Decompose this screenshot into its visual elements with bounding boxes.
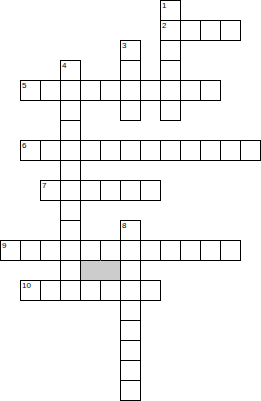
- crossword-cell[interactable]: [200, 80, 221, 101]
- crossword-cell[interactable]: 3: [120, 40, 141, 61]
- crossword-cell[interactable]: 6: [20, 140, 41, 161]
- crossword-cell[interactable]: [60, 280, 81, 301]
- crossword-cell[interactable]: [120, 60, 141, 81]
- crossword-cell[interactable]: [120, 260, 141, 281]
- crossword-cell[interactable]: [120, 240, 141, 261]
- crossword-cell[interactable]: [60, 200, 81, 221]
- crossword-cell[interactable]: 7: [40, 180, 61, 201]
- crossword-cell[interactable]: [120, 380, 141, 401]
- crossword-cell[interactable]: [120, 80, 141, 101]
- crossword-cell[interactable]: 2: [160, 20, 181, 41]
- crossword-cell[interactable]: [140, 240, 161, 261]
- crossword-cell[interactable]: [120, 180, 141, 201]
- crossword-cell[interactable]: [60, 220, 81, 241]
- crossword-cell[interactable]: [80, 80, 101, 101]
- clue-number: 6: [22, 141, 26, 150]
- crossword-cell[interactable]: [100, 280, 121, 301]
- crossword-cell[interactable]: [160, 40, 181, 61]
- crossword-cell[interactable]: [100, 240, 121, 261]
- crossword-cell[interactable]: [120, 300, 141, 321]
- crossword-cell[interactable]: [120, 100, 141, 121]
- crossword-cell[interactable]: [180, 140, 201, 161]
- crossword-cell[interactable]: [80, 140, 101, 161]
- crossword-cell[interactable]: [120, 140, 141, 161]
- crossword-cell[interactable]: [220, 240, 241, 261]
- crossword-cell[interactable]: [100, 80, 121, 101]
- crossword-cell[interactable]: 4: [60, 60, 81, 81]
- crossword-cell[interactable]: [160, 80, 181, 101]
- crossword-cell[interactable]: [40, 280, 61, 301]
- crossword-cell[interactable]: [60, 160, 81, 181]
- shaded-cell[interactable]: [80, 260, 101, 281]
- crossword-cell[interactable]: [200, 240, 221, 261]
- crossword-cell[interactable]: [140, 80, 161, 101]
- crossword-cell[interactable]: [40, 80, 61, 101]
- crossword-cell[interactable]: [120, 360, 141, 381]
- crossword-cell[interactable]: 1: [160, 0, 181, 21]
- crossword-cell[interactable]: [180, 20, 201, 41]
- crossword-grid: 12345678910: [0, 0, 261, 401]
- crossword-cell[interactable]: [160, 240, 181, 261]
- clue-number: 7: [42, 181, 46, 190]
- clue-number: 1: [162, 1, 166, 10]
- clue-number: 8: [122, 221, 126, 230]
- crossword-cell[interactable]: [60, 120, 81, 141]
- crossword-cell[interactable]: [220, 20, 241, 41]
- clue-number: 4: [62, 61, 66, 70]
- crossword-cell[interactable]: [60, 140, 81, 161]
- crossword-cell[interactable]: [60, 100, 81, 121]
- crossword-cell[interactable]: [60, 240, 81, 261]
- crossword-cell[interactable]: [200, 20, 221, 41]
- crossword-cell[interactable]: [200, 140, 221, 161]
- crossword-cell[interactable]: [120, 320, 141, 341]
- crossword-cell[interactable]: [100, 140, 121, 161]
- clue-number: 9: [2, 241, 6, 250]
- crossword-cell[interactable]: [140, 280, 161, 301]
- crossword-cell[interactable]: [120, 280, 141, 301]
- crossword-cell[interactable]: [80, 280, 101, 301]
- crossword-cell[interactable]: [80, 180, 101, 201]
- clue-number: 10: [22, 281, 31, 290]
- crossword-cell[interactable]: [20, 240, 41, 261]
- crossword-cell[interactable]: [160, 100, 181, 121]
- crossword-cell[interactable]: 8: [120, 220, 141, 241]
- clue-number: 2: [162, 21, 166, 30]
- crossword-cell[interactable]: [40, 240, 61, 261]
- crossword-cell[interactable]: [220, 140, 241, 161]
- crossword-cell[interactable]: [140, 180, 161, 201]
- crossword-cell[interactable]: [140, 140, 161, 161]
- crossword-cell[interactable]: 5: [20, 80, 41, 101]
- shaded-cell[interactable]: [100, 260, 121, 281]
- crossword-cell[interactable]: [120, 340, 141, 361]
- clue-number: 5: [22, 81, 26, 90]
- crossword-cell[interactable]: [180, 240, 201, 261]
- crossword-cell[interactable]: [160, 140, 181, 161]
- crossword-cell[interactable]: [160, 60, 181, 81]
- crossword-cell[interactable]: [60, 260, 81, 281]
- crossword-cell[interactable]: [180, 80, 201, 101]
- crossword-cell[interactable]: 9: [0, 240, 21, 261]
- crossword-cell[interactable]: [100, 180, 121, 201]
- crossword-cell[interactable]: [40, 140, 61, 161]
- crossword-cell[interactable]: 10: [20, 280, 41, 301]
- crossword-cell[interactable]: [60, 80, 81, 101]
- crossword-cell[interactable]: [80, 240, 101, 261]
- crossword-cell[interactable]: [240, 140, 261, 161]
- clue-number: 3: [122, 41, 126, 50]
- crossword-cell[interactable]: [60, 180, 81, 201]
